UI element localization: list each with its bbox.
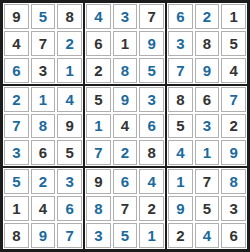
box-9: 178953246 <box>166 167 248 250</box>
cell-r9c3[interactable]: 7 <box>57 223 82 248</box>
cell-r2c4[interactable]: 6 <box>86 31 111 56</box>
cell-r7c2[interactable]: 2 <box>31 169 56 194</box>
cell-r5c1[interactable]: 7 <box>4 114 29 139</box>
cell-r5c7[interactable]: 5 <box>168 114 193 139</box>
cell-r8c6[interactable]: 2 <box>139 196 164 221</box>
cell-r8c2[interactable]: 4 <box>31 196 56 221</box>
box-1: 958472631 <box>2 2 84 85</box>
box-3: 621385794 <box>166 2 248 85</box>
cell-r2c8[interactable]: 8 <box>195 31 220 56</box>
cell-r9c7[interactable]: 2 <box>168 223 193 248</box>
cell-r9c6[interactable]: 1 <box>139 223 164 248</box>
cell-r4c3[interactable]: 4 <box>57 87 82 112</box>
sudoku-board: 9584726314376192856213857942147893655931… <box>0 0 250 252</box>
cell-r3c2[interactable]: 3 <box>31 58 56 83</box>
cell-r5c9[interactable]: 2 <box>221 114 246 139</box>
cell-r3c6[interactable]: 5 <box>139 58 164 83</box>
cell-r6c5[interactable]: 2 <box>113 140 138 165</box>
cell-r2c7[interactable]: 3 <box>168 31 193 56</box>
cell-r8c3[interactable]: 6 <box>57 196 82 221</box>
cell-r9c8[interactable]: 4 <box>195 223 220 248</box>
cell-r8c8[interactable]: 5 <box>195 196 220 221</box>
cell-r1c8[interactable]: 2 <box>195 4 220 29</box>
cell-r8c1[interactable]: 1 <box>4 196 29 221</box>
cell-r5c3[interactable]: 9 <box>57 114 82 139</box>
cell-r3c4[interactable]: 2 <box>86 58 111 83</box>
cell-r4c4[interactable]: 5 <box>86 87 111 112</box>
cell-r8c9[interactable]: 3 <box>221 196 246 221</box>
cell-r7c7[interactable]: 1 <box>168 169 193 194</box>
cell-r9c1[interactable]: 8 <box>4 223 29 248</box>
cell-r5c5[interactable]: 4 <box>113 114 138 139</box>
cell-r1c4[interactable]: 4 <box>86 4 111 29</box>
cell-r2c1[interactable]: 4 <box>4 31 29 56</box>
cell-r2c6[interactable]: 9 <box>139 31 164 56</box>
cell-r9c4[interactable]: 3 <box>86 223 111 248</box>
cell-r1c1[interactable]: 9 <box>4 4 29 29</box>
cell-r6c7[interactable]: 4 <box>168 140 193 165</box>
cell-r3c1[interactable]: 6 <box>4 58 29 83</box>
cell-r7c6[interactable]: 4 <box>139 169 164 194</box>
cell-r9c5[interactable]: 5 <box>113 223 138 248</box>
cell-r3c9[interactable]: 4 <box>221 58 246 83</box>
cell-r8c4[interactable]: 8 <box>86 196 111 221</box>
cell-r6c9[interactable]: 9 <box>221 140 246 165</box>
cell-r7c3[interactable]: 3 <box>57 169 82 194</box>
box-7: 523146897 <box>2 167 84 250</box>
cell-r6c6[interactable]: 8 <box>139 140 164 165</box>
cell-r8c5[interactable]: 7 <box>113 196 138 221</box>
cell-r2c2[interactable]: 7 <box>31 31 56 56</box>
cell-r6c1[interactable]: 3 <box>4 140 29 165</box>
cell-r3c3[interactable]: 1 <box>57 58 82 83</box>
cell-r4c6[interactable]: 3 <box>139 87 164 112</box>
cell-r6c2[interactable]: 6 <box>31 140 56 165</box>
cell-r5c2[interactable]: 8 <box>31 114 56 139</box>
box-2: 437619285 <box>84 2 166 85</box>
cell-r7c1[interactable]: 5 <box>4 169 29 194</box>
cell-r2c5[interactable]: 1 <box>113 31 138 56</box>
cell-r7c8[interactable]: 7 <box>195 169 220 194</box>
cell-r2c9[interactable]: 5 <box>221 31 246 56</box>
cell-r9c9[interactable]: 6 <box>221 223 246 248</box>
cell-r1c9[interactable]: 1 <box>221 4 246 29</box>
cell-r4c7[interactable]: 8 <box>168 87 193 112</box>
cell-r2c3[interactable]: 2 <box>57 31 82 56</box>
cell-r6c8[interactable]: 1 <box>195 140 220 165</box>
cell-r5c4[interactable]: 1 <box>86 114 111 139</box>
cell-r1c7[interactable]: 6 <box>168 4 193 29</box>
cell-r4c1[interactable]: 2 <box>4 87 29 112</box>
cell-r1c6[interactable]: 7 <box>139 4 164 29</box>
cell-r3c5[interactable]: 8 <box>113 58 138 83</box>
cell-r3c7[interactable]: 7 <box>168 58 193 83</box>
cell-r1c5[interactable]: 3 <box>113 4 138 29</box>
cell-r4c5[interactable]: 9 <box>113 87 138 112</box>
cell-r6c3[interactable]: 5 <box>57 140 82 165</box>
box-8: 964872351 <box>84 167 166 250</box>
cell-r7c5[interactable]: 6 <box>113 169 138 194</box>
cell-r6c4[interactable]: 7 <box>86 140 111 165</box>
cell-r5c8[interactable]: 3 <box>195 114 220 139</box>
box-6: 867532419 <box>166 85 248 168</box>
cell-r4c8[interactable]: 6 <box>195 87 220 112</box>
cell-r5c6[interactable]: 6 <box>139 114 164 139</box>
cell-r8c7[interactable]: 9 <box>168 196 193 221</box>
cell-r1c3[interactable]: 8 <box>57 4 82 29</box>
box-5: 593146728 <box>84 85 166 168</box>
cell-r9c2[interactable]: 9 <box>31 223 56 248</box>
cell-r4c2[interactable]: 1 <box>31 87 56 112</box>
cell-r4c9[interactable]: 7 <box>221 87 246 112</box>
cell-r7c4[interactable]: 9 <box>86 169 111 194</box>
box-4: 214789365 <box>2 85 84 168</box>
cell-r1c2[interactable]: 5 <box>31 4 56 29</box>
cell-r3c8[interactable]: 9 <box>195 58 220 83</box>
cell-r7c9[interactable]: 8 <box>221 169 246 194</box>
